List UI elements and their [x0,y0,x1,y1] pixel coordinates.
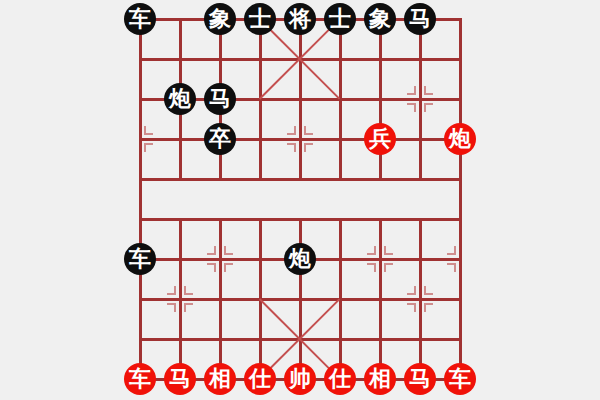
black-cannon[interactable]: 炮 [284,243,316,275]
red-elephant[interactable]: 相 [204,363,236,395]
red-horse[interactable]: 马 [164,363,196,395]
red-advisor[interactable]: 仕 [244,363,276,395]
black-elephant[interactable]: 象 [364,3,396,35]
black-chariot[interactable]: 车 [124,243,156,275]
xiangqi-board: 车象士将士象马炮马卒兵炮车炮车马相仕帅仕相马车 [0,0,600,400]
board-pieces-grid: 车象士将士象马炮马卒兵炮车炮车马相仕帅仕相马车 [120,0,480,399]
red-soldier[interactable]: 兵 [364,123,396,155]
red-horse[interactable]: 马 [404,363,436,395]
black-chariot[interactable]: 车 [124,3,156,35]
black-elephant[interactable]: 象 [204,3,236,35]
black-advisor[interactable]: 士 [244,3,276,35]
red-general[interactable]: 帅 [284,363,316,395]
black-horse[interactable]: 马 [204,83,236,115]
red-chariot[interactable]: 车 [124,363,156,395]
red-advisor[interactable]: 仕 [324,363,356,395]
black-horse[interactable]: 马 [404,3,436,35]
red-elephant[interactable]: 相 [364,363,396,395]
black-advisor[interactable]: 士 [324,3,356,35]
black-cannon[interactable]: 炮 [164,83,196,115]
black-general[interactable]: 将 [284,3,316,35]
red-chariot[interactable]: 车 [444,363,476,395]
black-soldier[interactable]: 卒 [204,123,236,155]
red-cannon[interactable]: 炮 [444,123,476,155]
